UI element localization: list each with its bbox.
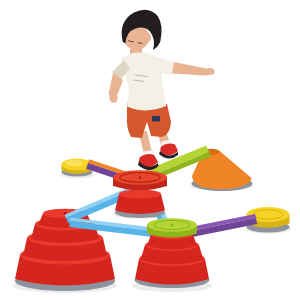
left-yellow-disc-highlight xyxy=(66,160,84,166)
large-red-stack xyxy=(15,209,115,291)
product-photo-stage xyxy=(0,0,300,300)
child-figure xyxy=(109,10,215,170)
child-shorts-patch xyxy=(152,116,160,122)
child-right-arm xyxy=(172,62,210,76)
beam-purple xyxy=(190,214,257,237)
balance-course-scene xyxy=(0,0,300,300)
hub-dome-top xyxy=(119,189,161,198)
child-left-hand xyxy=(109,93,117,103)
hub-center-hole xyxy=(139,176,142,179)
child-right-hand xyxy=(206,68,215,75)
hub-dome xyxy=(113,170,167,218)
child-ear xyxy=(145,34,151,42)
green-disc-center-hole xyxy=(171,224,174,227)
